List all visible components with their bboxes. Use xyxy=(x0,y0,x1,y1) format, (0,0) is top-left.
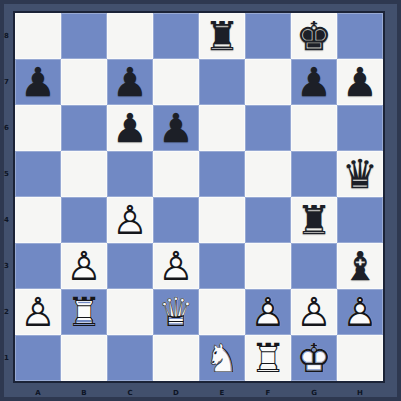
square-a1[interactable] xyxy=(15,335,61,381)
square-f7[interactable] xyxy=(245,59,291,105)
square-g8[interactable]: ♚ xyxy=(291,13,337,59)
rank-label-2: 2 xyxy=(0,289,13,335)
square-d7[interactable] xyxy=(153,59,199,105)
piece-outline-glyph: ♙ xyxy=(15,289,61,335)
black-queen[interactable]: ♛ xyxy=(337,151,383,197)
file-label-h: H xyxy=(337,386,383,400)
piece-outline-glyph: ♙ xyxy=(245,289,291,335)
white-pawn[interactable]: ♟♙ xyxy=(61,243,107,289)
black-pawn[interactable]: ♟ xyxy=(107,105,153,151)
rank-label-6: 6 xyxy=(0,105,13,151)
square-e7[interactable] xyxy=(199,59,245,105)
square-b7[interactable] xyxy=(61,59,107,105)
square-a5[interactable] xyxy=(15,151,61,197)
white-king[interactable]: ♚♔ xyxy=(291,335,337,381)
square-c4[interactable]: ♟♙ xyxy=(107,197,153,243)
piece-outline-glyph: ♘ xyxy=(199,335,245,381)
square-a3[interactable] xyxy=(15,243,61,289)
piece-outline-glyph: ♖ xyxy=(245,335,291,381)
square-g2[interactable]: ♟♙ xyxy=(291,289,337,335)
square-a4[interactable] xyxy=(15,197,61,243)
square-h6[interactable] xyxy=(337,105,383,151)
piece-glyph: ♝ xyxy=(337,243,383,289)
square-h3[interactable]: ♝ xyxy=(337,243,383,289)
square-a2[interactable]: ♟♙ xyxy=(15,289,61,335)
square-h5[interactable]: ♛ xyxy=(337,151,383,197)
piece-glyph: ♟ xyxy=(107,59,153,105)
piece-glyph: ♟ xyxy=(107,105,153,151)
black-bishop[interactable]: ♝ xyxy=(337,243,383,289)
square-c6[interactable]: ♟ xyxy=(107,105,153,151)
square-f6[interactable] xyxy=(245,105,291,151)
square-g5[interactable] xyxy=(291,151,337,197)
piece-glyph: ♟ xyxy=(153,105,199,151)
rank-label-3: 3 xyxy=(0,243,13,289)
square-b6[interactable] xyxy=(61,105,107,151)
piece-glyph: ♛ xyxy=(337,151,383,197)
piece-glyph: ♟ xyxy=(337,59,383,105)
square-d8[interactable] xyxy=(153,13,199,59)
square-f4[interactable] xyxy=(245,197,291,243)
square-c3[interactable] xyxy=(107,243,153,289)
white-pawn[interactable]: ♟♙ xyxy=(153,243,199,289)
square-g7[interactable]: ♟ xyxy=(291,59,337,105)
chess-board-outline: ♜♚♟♟♟♟♟♟♛♟♙♜♟♙♟♙♝♟♙♜♖♛♕♟♙♟♙♟♙♞♘♜♖♚♔ xyxy=(13,11,385,383)
chess-board: ♜♚♟♟♟♟♟♟♛♟♙♜♟♙♟♙♝♟♙♜♖♛♕♟♙♟♙♟♙♞♘♜♖♚♔ xyxy=(15,13,383,381)
piece-outline-glyph: ♙ xyxy=(337,289,383,335)
square-d2[interactable]: ♛♕ xyxy=(153,289,199,335)
piece-glyph: ♚ xyxy=(291,13,337,59)
white-pawn[interactable]: ♟♙ xyxy=(291,289,337,335)
black-pawn[interactable]: ♟ xyxy=(337,59,383,105)
black-pawn[interactable]: ♟ xyxy=(291,59,337,105)
square-e2[interactable] xyxy=(199,289,245,335)
square-b1[interactable] xyxy=(61,335,107,381)
square-g3[interactable] xyxy=(291,243,337,289)
square-h2[interactable]: ♟♙ xyxy=(337,289,383,335)
square-c1[interactable] xyxy=(107,335,153,381)
piece-outline-glyph: ♔ xyxy=(291,335,337,381)
square-h1[interactable] xyxy=(337,335,383,381)
white-pawn[interactable]: ♟♙ xyxy=(15,289,61,335)
square-f2[interactable]: ♟♙ xyxy=(245,289,291,335)
file-label-a: A xyxy=(15,386,61,400)
square-b4[interactable] xyxy=(61,197,107,243)
piece-outline-glyph: ♙ xyxy=(61,243,107,289)
white-pawn[interactable]: ♟♙ xyxy=(245,289,291,335)
black-king[interactable]: ♚ xyxy=(291,13,337,59)
square-h4[interactable] xyxy=(337,197,383,243)
file-label-e: E xyxy=(199,386,245,400)
rank-label-5: 5 xyxy=(0,151,13,197)
square-e5[interactable] xyxy=(199,151,245,197)
black-pawn[interactable]: ♟ xyxy=(15,59,61,105)
black-pawn[interactable]: ♟ xyxy=(107,59,153,105)
file-label-b: B xyxy=(61,386,107,400)
square-c5[interactable] xyxy=(107,151,153,197)
square-g1[interactable]: ♚♔ xyxy=(291,335,337,381)
piece-glyph: ♜ xyxy=(199,13,245,59)
file-label-g: G xyxy=(291,386,337,400)
square-f1[interactable]: ♜♖ xyxy=(245,335,291,381)
square-a7[interactable]: ♟ xyxy=(15,59,61,105)
square-d1[interactable] xyxy=(153,335,199,381)
square-c7[interactable]: ♟ xyxy=(107,59,153,105)
square-d5[interactable] xyxy=(153,151,199,197)
square-h7[interactable]: ♟ xyxy=(337,59,383,105)
square-f8[interactable] xyxy=(245,13,291,59)
white-queen[interactable]: ♛♕ xyxy=(153,289,199,335)
square-e4[interactable] xyxy=(199,197,245,243)
white-knight[interactable]: ♞♘ xyxy=(199,335,245,381)
white-pawn[interactable]: ♟♙ xyxy=(337,289,383,335)
file-label-c: C xyxy=(107,386,153,400)
piece-outline-glyph: ♕ xyxy=(153,289,199,335)
white-pawn[interactable]: ♟♙ xyxy=(107,197,153,243)
rank-label-8: 8 xyxy=(0,13,13,59)
square-g4[interactable]: ♜ xyxy=(291,197,337,243)
square-d3[interactable]: ♟♙ xyxy=(153,243,199,289)
black-pawn[interactable]: ♟ xyxy=(153,105,199,151)
file-label-d: D xyxy=(153,386,199,400)
rank-label-1: 1 xyxy=(0,335,13,381)
square-b2[interactable]: ♜♖ xyxy=(61,289,107,335)
piece-outline-glyph: ♙ xyxy=(107,197,153,243)
square-f3[interactable] xyxy=(245,243,291,289)
square-d6[interactable]: ♟ xyxy=(153,105,199,151)
file-label-f: F xyxy=(245,386,291,400)
square-g6[interactable] xyxy=(291,105,337,151)
square-b3[interactable]: ♟♙ xyxy=(61,243,107,289)
square-b8[interactable] xyxy=(61,13,107,59)
square-c2[interactable] xyxy=(107,289,153,335)
square-a8[interactable] xyxy=(15,13,61,59)
white-rook[interactable]: ♜♖ xyxy=(61,289,107,335)
piece-glyph: ♟ xyxy=(15,59,61,105)
black-rook[interactable]: ♜ xyxy=(199,13,245,59)
square-b5[interactable] xyxy=(61,151,107,197)
piece-glyph: ♜ xyxy=(291,197,337,243)
square-e8[interactable]: ♜ xyxy=(199,13,245,59)
white-rook[interactable]: ♜♖ xyxy=(245,335,291,381)
chess-board-frame: ♜♚♟♟♟♟♟♟♛♟♙♜♟♙♟♙♝♟♙♜♖♛♕♟♙♟♙♟♙♞♘♜♖♚♔ 8765… xyxy=(0,0,401,401)
square-e1[interactable]: ♞♘ xyxy=(199,335,245,381)
square-e3[interactable] xyxy=(199,243,245,289)
black-rook[interactable]: ♜ xyxy=(291,197,337,243)
piece-glyph: ♟ xyxy=(291,59,337,105)
piece-outline-glyph: ♙ xyxy=(153,243,199,289)
square-h8[interactable] xyxy=(337,13,383,59)
square-d4[interactable] xyxy=(153,197,199,243)
rank-label-4: 4 xyxy=(0,197,13,243)
piece-outline-glyph: ♙ xyxy=(291,289,337,335)
square-e6[interactable] xyxy=(199,105,245,151)
rank-label-7: 7 xyxy=(0,59,13,105)
piece-outline-glyph: ♖ xyxy=(61,289,107,335)
square-c8[interactable] xyxy=(107,13,153,59)
square-a6[interactable] xyxy=(15,105,61,151)
square-f5[interactable] xyxy=(245,151,291,197)
